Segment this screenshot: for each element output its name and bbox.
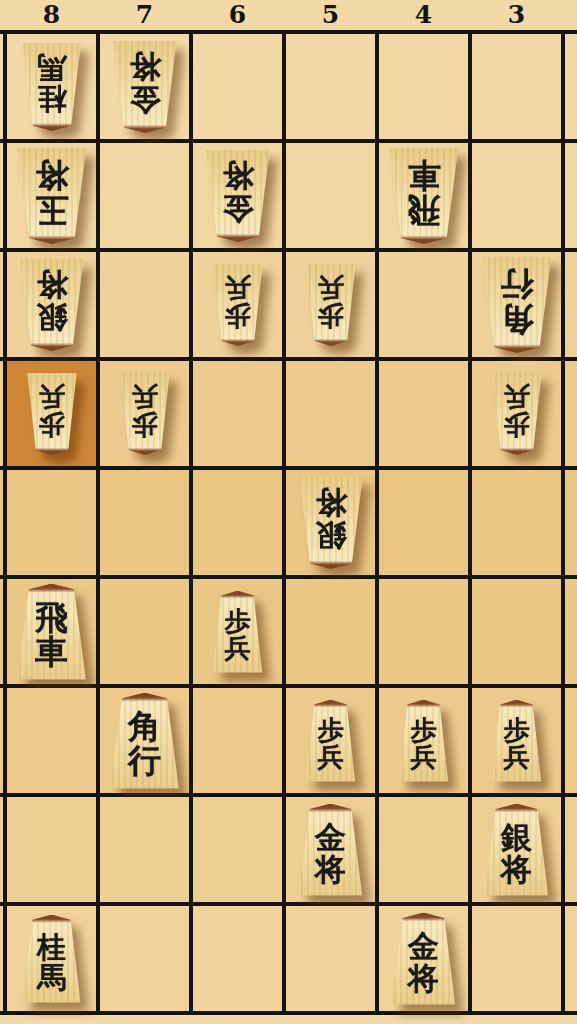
square-8-2[interactable]: 玉将 — [7, 143, 96, 248]
kanji-char-0: 銀 — [315, 519, 346, 551]
square-4-7[interactable]: 歩兵 — [379, 688, 468, 793]
kanji-char-1: 将 — [501, 853, 532, 885]
square-9-9[interactable] — [0, 906, 3, 1011]
square-2-4[interactable] — [565, 361, 577, 466]
piece-shape-rook: 飛車 — [385, 148, 463, 244]
square-7-5[interactable] — [100, 470, 189, 575]
square-5-5[interactable]: 銀将 — [286, 470, 375, 575]
piece-shape-gold: 金将 — [295, 804, 367, 896]
square-4-2[interactable]: 飛車 — [379, 143, 468, 248]
piece-shape-pawn: 歩兵 — [303, 700, 359, 782]
square-6-6[interactable]: 歩兵 — [193, 579, 282, 684]
kanji-char-1: 兵 — [225, 274, 251, 301]
kanji-char-1: 将 — [35, 158, 68, 192]
piece-shape-bishop: 角行 — [478, 257, 556, 353]
square-5-2[interactable] — [286, 143, 375, 248]
square-8-4[interactable]: 歩兵 — [7, 361, 96, 466]
kanji-char-1: 兵 — [411, 744, 437, 771]
piece-shape-silver: 銀将 — [481, 804, 553, 896]
square-7-7[interactable]: 角行 — [100, 688, 189, 793]
square-5-8[interactable]: 金将 — [286, 797, 375, 902]
koma-knight-gote[interactable]: 桂馬 — [19, 43, 85, 131]
square-7-3[interactable] — [100, 252, 189, 357]
square-6-1[interactable] — [193, 34, 282, 139]
square-6-3[interactable]: 歩兵 — [193, 252, 282, 357]
square-8-5[interactable] — [7, 470, 96, 575]
koma-bishop-gote[interactable]: 角行 — [478, 257, 556, 353]
kanji-char-1: 将 — [408, 962, 439, 994]
square-4-6[interactable] — [379, 579, 468, 684]
kanji-char-0: 歩 — [318, 717, 344, 744]
koma-pawn-gote[interactable]: 歩兵 — [489, 373, 545, 455]
square-8-7[interactable] — [7, 688, 96, 793]
square-3-9[interactable] — [472, 906, 561, 1011]
square-2-8[interactable] — [565, 797, 577, 902]
kanji-char-1: 馬 — [37, 53, 66, 83]
koma-partial[interactable] — [573, 804, 577, 896]
square-9-7[interactable] — [0, 688, 3, 793]
square-2-2[interactable] — [565, 143, 577, 248]
kanji-char-1: 兵 — [318, 274, 344, 301]
square-4-8[interactable] — [379, 797, 468, 902]
square-5-7[interactable]: 歩兵 — [286, 688, 375, 793]
square-8-1[interactable]: 桂馬 — [7, 34, 96, 139]
square-2-3[interactable] — [565, 252, 577, 357]
square-7-9[interactable] — [100, 906, 189, 1011]
square-5-4[interactable] — [286, 361, 375, 466]
kanji-char-1: 行 — [128, 744, 161, 778]
square-3-2[interactable] — [472, 143, 561, 248]
square-2-5[interactable] — [565, 470, 577, 575]
kanji-char-0: 歩 — [39, 410, 65, 437]
piece-shape-bishop: 角行 — [106, 693, 184, 789]
square-3-8[interactable]: 銀将 — [472, 797, 561, 902]
kanji-char-1: 兵 — [504, 744, 530, 771]
koma-knight-sente[interactable]: 桂馬 — [19, 915, 85, 1003]
piece-shape-pawn: 歩兵 — [489, 700, 545, 782]
piece-shape-silver: 銀将 — [295, 477, 367, 569]
kanji-char-0: 歩 — [318, 301, 344, 328]
square-6-9[interactable] — [193, 906, 282, 1011]
kanji-char-1: 将 — [129, 51, 160, 83]
koma-king-gote[interactable]: 玉将 — [13, 148, 91, 244]
kanji-char-1: 兵 — [132, 383, 158, 410]
square-2-1[interactable] — [565, 34, 577, 139]
kanji-char-0: 歩 — [504, 717, 530, 744]
piece-shape-unidentified — [573, 41, 577, 133]
koma-gold-gote[interactable]: 金将 — [202, 150, 274, 242]
square-6-7[interactable] — [193, 688, 282, 793]
kanji-char-1: 将 — [315, 487, 346, 519]
square-6-5[interactable] — [193, 470, 282, 575]
square-3-6[interactable] — [472, 579, 561, 684]
piece-shape-gold: 金将 — [388, 913, 460, 1005]
koma-pawn-gote[interactable]: 歩兵 — [210, 264, 266, 346]
square-7-2[interactable] — [100, 143, 189, 248]
piece-shape-knight: 桂馬 — [19, 43, 85, 131]
kanji-char-0: 金 — [315, 821, 346, 853]
kanji-char-0: 金 — [222, 192, 253, 224]
square-5-9[interactable] — [286, 906, 375, 1011]
square-3-4[interactable]: 歩兵 — [472, 361, 561, 466]
square-3-1[interactable] — [472, 34, 561, 139]
kanji-char-0: 飛 — [35, 601, 68, 635]
square-8-8[interactable] — [7, 797, 96, 902]
piece-shape-gold: 金将 — [202, 150, 274, 242]
koma-pawn-gote[interactable]: 歩兵 — [24, 373, 80, 455]
kanji-char-0: 歩 — [225, 608, 251, 635]
file-label-7: 7 — [127, 1, 163, 29]
piece-shape-silver: 銀将 — [16, 259, 88, 351]
file-label-6: 6 — [220, 1, 256, 29]
shogi-app-window: 876543 桂馬金将玉将金将飛車銀将歩兵歩兵角行歩兵歩兵歩兵銀将飛車歩兵角行歩… — [0, 0, 577, 1024]
file-label-8: 8 — [34, 1, 70, 29]
kanji-char-1: 兵 — [504, 383, 530, 410]
koma-silver-sente[interactable]: 銀将 — [481, 804, 553, 896]
kanji-char-0: 金 — [129, 83, 160, 115]
kanji-char-0: 歩 — [225, 301, 251, 328]
square-3-3[interactable]: 角行 — [472, 252, 561, 357]
kanji-char-1: 兵 — [225, 635, 251, 662]
kanji-char-1: 将 — [36, 269, 67, 301]
koma-rook-gote[interactable]: 飛車 — [385, 148, 463, 244]
file-coordinate-header: 876543 — [0, 0, 577, 30]
kanji-char-1: 車 — [407, 158, 440, 192]
koma-partial[interactable] — [573, 259, 577, 351]
piece-shape-unidentified — [573, 695, 577, 787]
square-3-5[interactable] — [472, 470, 561, 575]
piece-shape-king: 玉将 — [13, 148, 91, 244]
piece-shape-knight: 桂馬 — [19, 915, 85, 1003]
file-label-3: 3 — [499, 1, 535, 29]
kanji-char-0: 銀 — [501, 821, 532, 853]
koma-partial[interactable] — [573, 695, 577, 787]
piece-shape-pawn: 歩兵 — [210, 264, 266, 346]
square-9-8[interactable] — [0, 797, 3, 902]
koma-pawn-sente[interactable]: 歩兵 — [303, 700, 359, 782]
square-6-8[interactable] — [193, 797, 282, 902]
square-9-6[interactable] — [0, 579, 3, 684]
kanji-char-0: 歩 — [504, 410, 530, 437]
square-9-4[interactable] — [0, 361, 3, 466]
square-3-7[interactable]: 歩兵 — [472, 688, 561, 793]
koma-pawn-sente[interactable]: 歩兵 — [396, 700, 452, 782]
square-7-1[interactable]: 金将 — [100, 34, 189, 139]
kanji-char-1: 馬 — [37, 962, 66, 992]
square-7-8[interactable] — [100, 797, 189, 902]
square-8-6[interactable]: 飛車 — [7, 579, 96, 684]
piece-shape-unidentified — [573, 259, 577, 351]
koma-rook-sente[interactable]: 飛車 — [13, 584, 91, 680]
kanji-char-0: 角 — [128, 710, 161, 744]
kanji-char-0: 歩 — [132, 410, 158, 437]
square-9-5[interactable] — [0, 470, 3, 575]
square-4-1[interactable] — [379, 34, 468, 139]
square-8-9[interactable]: 桂馬 — [7, 906, 96, 1011]
kanji-char-0: 玉 — [35, 192, 68, 226]
square-6-2[interactable]: 金将 — [193, 143, 282, 248]
square-4-4[interactable] — [379, 361, 468, 466]
kanji-char-1: 車 — [35, 635, 68, 669]
shogi-board: 桂馬金将玉将金将飛車銀将歩兵歩兵角行歩兵歩兵歩兵銀将飛車歩兵角行歩兵歩兵歩兵金将… — [0, 30, 577, 1015]
kanji-char-0: 銀 — [36, 301, 67, 333]
piece-shape-unidentified — [573, 804, 577, 896]
square-6-4[interactable] — [193, 361, 282, 466]
piece-shape-rook: 飛車 — [13, 584, 91, 680]
piece-shape-pawn: 歩兵 — [210, 591, 266, 673]
piece-shape-gold: 金将 — [109, 41, 181, 133]
koma-bishop-sente[interactable]: 角行 — [106, 693, 184, 789]
kanji-char-0: 飛 — [407, 192, 440, 226]
piece-shape-pawn: 歩兵 — [303, 264, 359, 346]
piece-shape-pawn: 歩兵 — [24, 373, 80, 455]
square-2-7[interactable] — [565, 688, 577, 793]
kanji-char-0: 歩 — [411, 717, 437, 744]
square-5-6[interactable] — [286, 579, 375, 684]
piece-shape-pawn: 歩兵 — [396, 700, 452, 782]
square-7-4[interactable]: 歩兵 — [100, 361, 189, 466]
square-8-3[interactable]: 銀将 — [7, 252, 96, 357]
kanji-char-1: 行 — [500, 267, 533, 301]
koma-gold-sente[interactable]: 金将 — [295, 804, 367, 896]
koma-pawn-gote[interactable]: 歩兵 — [117, 373, 173, 455]
koma-silver-gote[interactable]: 銀将 — [16, 259, 88, 351]
kanji-char-0: 桂 — [37, 932, 66, 962]
square-5-1[interactable] — [286, 34, 375, 139]
koma-partial[interactable] — [573, 41, 577, 133]
square-7-6[interactable] — [100, 579, 189, 684]
piece-shape-pawn: 歩兵 — [489, 373, 545, 455]
piece-shape-pawn: 歩兵 — [117, 373, 173, 455]
koma-gold-sente[interactable]: 金将 — [388, 913, 460, 1005]
file-label-4: 4 — [406, 1, 442, 29]
koma-gold-gote[interactable]: 金将 — [109, 41, 181, 133]
koma-pawn-gote[interactable]: 歩兵 — [303, 264, 359, 346]
square-4-3[interactable] — [379, 252, 468, 357]
kanji-char-1: 将 — [315, 853, 346, 885]
koma-silver-gote[interactable]: 銀将 — [295, 477, 367, 569]
koma-pawn-sente[interactable]: 歩兵 — [210, 591, 266, 673]
kanji-char-0: 金 — [408, 930, 439, 962]
square-2-6[interactable] — [565, 579, 577, 684]
square-5-3[interactable]: 歩兵 — [286, 252, 375, 357]
koma-pawn-sente[interactable]: 歩兵 — [489, 700, 545, 782]
file-label-5: 5 — [313, 1, 349, 29]
kanji-char-0: 桂 — [37, 83, 66, 113]
kanji-char-1: 将 — [222, 160, 253, 192]
square-9-2[interactable] — [0, 143, 3, 248]
square-9-1[interactable] — [0, 34, 3, 139]
kanji-char-1: 兵 — [318, 744, 344, 771]
square-2-9[interactable] — [565, 906, 577, 1011]
square-9-3[interactable] — [0, 252, 3, 357]
square-4-9[interactable]: 金将 — [379, 906, 468, 1011]
kanji-char-0: 角 — [500, 301, 533, 335]
kanji-char-1: 兵 — [39, 383, 65, 410]
square-4-5[interactable] — [379, 470, 468, 575]
